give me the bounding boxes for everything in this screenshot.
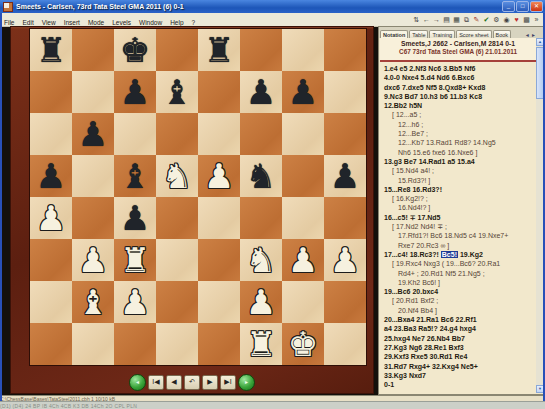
square-d1[interactable] xyxy=(156,323,198,365)
notation-line[interactable]: 12...h6 ; xyxy=(384,120,536,129)
notation-line[interactable]: 20...Bxa4 21.Ra1 Bc6 22.Rf1 xyxy=(384,315,536,324)
square-d5[interactable]: ♞ xyxy=(156,155,198,197)
square-f7[interactable]: ♟ xyxy=(240,71,282,113)
square-c4[interactable]: ♟ xyxy=(114,197,156,239)
square-b5[interactable] xyxy=(72,155,114,197)
black-pawn-c7[interactable]: ♟ xyxy=(114,71,156,113)
tab-training[interactable]: Training xyxy=(429,30,455,38)
square-b2[interactable]: ♝ xyxy=(72,281,114,323)
game-header: Smeets,J 2662 - Carlsen,M 2814 0-1 C67 7… xyxy=(380,38,536,62)
more-icon[interactable]: » xyxy=(532,15,541,24)
square-g3[interactable]: ♟ xyxy=(282,239,324,281)
notation-line[interactable]: Nh6 15.e6 fxe6 16.Nxe6 ] xyxy=(384,148,536,157)
square-h6[interactable] xyxy=(324,113,366,155)
square-c6[interactable] xyxy=(114,113,156,155)
square-b7[interactable] xyxy=(72,71,114,113)
square-d6[interactable] xyxy=(156,113,198,155)
black-knight-f5[interactable]: ♞ xyxy=(240,155,282,197)
menu-item-edit[interactable]: Edit xyxy=(18,19,37,26)
square-a3[interactable] xyxy=(30,239,72,281)
close-button[interactable]: ✕ xyxy=(530,1,543,12)
black-pawn-c4[interactable]: ♟ xyxy=(114,197,156,239)
notation-line[interactable]: 12.Bb2 h5N xyxy=(384,101,536,110)
notation-line[interactable]: 17.Rfd1?! Bc6 18.Nd5 c4 19.Nxe7+ xyxy=(384,231,536,240)
menu-item-levels[interactable]: Levels xyxy=(108,19,135,26)
square-h4[interactable] xyxy=(324,197,366,239)
square-f1[interactable]: ♜ xyxy=(240,323,282,365)
notation-line[interactable]: Rd4+ ; 20.Rd1 Nf5 21.Ng5 ; xyxy=(384,269,536,278)
white-rook-f1[interactable]: ♜ xyxy=(240,323,282,365)
square-f2[interactable]: ♟ xyxy=(240,281,282,323)
notation-line[interactable]: 25.hxg4 Ne7 26.Nb4 Bb7 xyxy=(384,334,536,343)
notation-line[interactable]: 9.Nc3 Bd7 10.h3 b6 11.b3 Kc8 xyxy=(384,92,536,101)
white-pawn-c2[interactable]: ♟ xyxy=(114,281,156,323)
square-g7[interactable]: ♟ xyxy=(282,71,324,113)
square-e6[interactable] xyxy=(198,113,240,155)
notation-line[interactable]: [ 15.Nd4 a4! ; xyxy=(384,166,536,175)
square-a4[interactable]: ♟ xyxy=(30,197,72,239)
menu-item-[interactable]: ? xyxy=(188,19,200,26)
notation-line[interactable]: Rxe7 20.Rc3 ∞ ] xyxy=(384,241,536,250)
notation-line[interactable]: 29.Kxf3 Rxe5 30.Rd1 Re4 xyxy=(384,352,536,361)
square-d2[interactable] xyxy=(156,281,198,323)
board-panel: ♜♚♜♟♝♟♟♟♟♝♞♟♞♟♟♟♟♜♞♟♟♝♟♟♜♚ ◂I◀◀↶▶▶I▸ xyxy=(10,26,374,394)
notation-line[interactable]: 1.e4 e5 2.Nf3 Nc6 3.Bb5 Nf6 xyxy=(384,64,536,73)
black-pawn-a5[interactable]: ♟ xyxy=(30,155,72,197)
window-border-left xyxy=(0,13,2,401)
notation-line[interactable]: dxc6 7.dxe5 Nf5 8.Qxd8+ Kxd8 xyxy=(384,83,536,92)
square-e1[interactable] xyxy=(198,323,240,365)
square-b4[interactable] xyxy=(72,197,114,239)
square-g8[interactable] xyxy=(282,29,324,71)
square-c8[interactable]: ♚ xyxy=(114,29,156,71)
menu-item-view[interactable]: View xyxy=(38,19,60,26)
square-c1[interactable] xyxy=(114,323,156,365)
square-a2[interactable] xyxy=(30,281,72,323)
black-pawn-f7[interactable]: ♟ xyxy=(240,71,282,113)
square-g2[interactable] xyxy=(282,281,324,323)
engine-icon[interactable]: ⚙ xyxy=(492,15,501,24)
bottom-info-bar: (D1) (D4) 24 BP IB 4Ch 4CB K3 DB 14Ch 2O… xyxy=(0,401,545,409)
white-pawn-g3[interactable]: ♟ xyxy=(282,239,324,281)
chessbase-window: Smeets - Carlsen, 73rd Tata Steel GMA 20… xyxy=(0,0,545,409)
notation-line[interactable]: 15.Rd3?! ] xyxy=(384,176,536,185)
menu-item-window[interactable]: Window xyxy=(135,19,166,26)
save-icon[interactable]: ▤ xyxy=(442,15,451,24)
nav-controls: ◂I◀◀↶▶▶I▸ xyxy=(10,374,374,391)
white-pawn-b3[interactable]: ♟ xyxy=(72,239,114,281)
black-bishop-c5[interactable]: ♝ xyxy=(114,155,156,197)
square-f4[interactable] xyxy=(240,197,282,239)
options-icon[interactable]: ◉ xyxy=(502,15,511,24)
board-icon[interactable]: ▩ xyxy=(522,15,531,24)
white-rook-c3[interactable]: ♜ xyxy=(114,239,156,281)
square-e4[interactable] xyxy=(198,197,240,239)
black-rook-e8[interactable]: ♜ xyxy=(198,29,240,71)
step-back-icon[interactable]: ← xyxy=(422,15,431,24)
notation-line[interactable]: [ 19.Rxc4 Nxg3 ( 19...Bc6? 20.Ra1 xyxy=(384,259,536,268)
toolbar: ⇅←→▤▦⧉✎✔⚙◉♥▩» xyxy=(412,13,541,26)
notation-line[interactable]: 33.Kg3 Nxd7 xyxy=(384,371,536,380)
tab-score-sheet[interactable]: Score sheet xyxy=(456,30,491,38)
black-rook-a8[interactable]: ♜ xyxy=(30,29,72,71)
square-g4[interactable] xyxy=(282,197,324,239)
square-b8[interactable] xyxy=(72,29,114,71)
takeback-button[interactable]: ↶ xyxy=(184,375,200,390)
annotate-icon[interactable]: ✎ xyxy=(472,15,481,24)
square-h5[interactable]: ♟ xyxy=(324,155,366,197)
engine-play-button[interactable]: ▸ xyxy=(238,374,255,391)
square-a6[interactable] xyxy=(30,113,72,155)
jump-end-button[interactable]: ▶I xyxy=(220,375,236,390)
square-e3[interactable] xyxy=(198,239,240,281)
current-move-highlight[interactable]: Bc5! xyxy=(441,251,458,258)
event-line: C67 73rd Tata Steel GMA (6) 21.01.2011 xyxy=(380,48,536,55)
square-e2[interactable] xyxy=(198,281,240,323)
square-c3[interactable]: ♜ xyxy=(114,239,156,281)
white-knight-d5[interactable]: ♞ xyxy=(156,155,198,197)
square-b6[interactable]: ♟ xyxy=(72,113,114,155)
panel-tabs: NotationTableTrainingScore sheetBook ◄ ► xyxy=(379,27,544,38)
notation-line[interactable]: 31.Rd7 Rxg4+ 32.Kxg4 Ne5+ xyxy=(384,362,536,371)
white-king-g1[interactable]: ♚ xyxy=(282,323,324,365)
notation-line[interactable]: 16...c5! ∓ 17.Nd5 xyxy=(384,213,536,222)
square-c7[interactable]: ♟ xyxy=(114,71,156,113)
jump-start-button[interactable]: I◀ xyxy=(148,375,164,390)
menu-item-file[interactable]: File xyxy=(0,19,18,26)
check-icon[interactable]: ✔ xyxy=(482,15,491,24)
tab-table[interactable]: Table xyxy=(409,30,428,38)
menu-item-help[interactable]: Help xyxy=(166,19,187,26)
white-pawn-a4[interactable]: ♟ xyxy=(30,197,72,239)
print-icon[interactable]: ▦ xyxy=(452,15,461,24)
notation-line[interactable]: 17...c4! 18.Rc3?! Bc5! 19.Kg2 xyxy=(384,250,536,259)
menu-item-insert[interactable]: Insert xyxy=(60,19,84,26)
black-pawn-g7[interactable]: ♟ xyxy=(282,71,324,113)
square-f6[interactable] xyxy=(240,113,282,155)
notation-line[interactable]: 19.Kh2 Bc6! ] xyxy=(384,278,536,287)
menu-item-mode[interactable]: Mode xyxy=(84,19,108,26)
notation-line[interactable]: 27.Kg3 Ng6 28.Re1 Bxf3 xyxy=(384,343,536,352)
notation-line[interactable]: 15...Re8 16.Rd3?! xyxy=(384,185,536,194)
notation-line[interactable]: [ 17.Nd2 Nd4! ∓ ; xyxy=(384,222,536,231)
square-e7[interactable] xyxy=(198,71,240,113)
square-a1[interactable] xyxy=(30,323,72,365)
black-pawn-b6[interactable]: ♟ xyxy=(72,113,114,155)
tab-book[interactable]: Book xyxy=(493,30,512,38)
copy-icon[interactable]: ⧉ xyxy=(462,15,471,24)
notation-line[interactable]: [ 16.Kg2!? ; xyxy=(384,194,536,203)
notation-line[interactable]: 4.0-0 Nxe4 5.d4 Nd6 6.Bxc6 xyxy=(384,73,536,82)
notation-line[interactable]: a4 23.Ba3 Ra5!? 24.g4 hxg4 xyxy=(384,324,536,333)
square-d7[interactable]: ♝ xyxy=(156,71,198,113)
white-bishop-b2[interactable]: ♝ xyxy=(72,281,114,323)
notation-line[interactable]: 12...Be7 ; xyxy=(384,129,536,138)
square-d8[interactable] xyxy=(156,29,198,71)
square-h1[interactable] xyxy=(324,323,366,365)
notation-text[interactable]: 1.e4 e5 2.Nf3 Nc6 3.Bb5 Nf64.0-0 Nxe4 5.… xyxy=(380,62,536,393)
square-h7[interactable] xyxy=(324,71,366,113)
square-e8[interactable]: ♜ xyxy=(198,29,240,71)
players-line: Smeets,J 2662 - Carlsen,M 2814 0-1 xyxy=(380,40,536,47)
square-d3[interactable] xyxy=(156,239,198,281)
notation-line[interactable]: 13.g3 Be7 14.Rad1 a5 15.a4 xyxy=(384,157,536,166)
maximize-button[interactable]: □ xyxy=(516,1,529,12)
notation-line[interactable]: 12...Kb7 13.Rad1 Rd8? 14.Ng5 xyxy=(384,138,536,147)
square-g1[interactable]: ♚ xyxy=(282,323,324,365)
notation-line[interactable]: 20.Nf4 Bb4 ] xyxy=(384,306,536,315)
white-pawn-f2[interactable]: ♟ xyxy=(240,281,282,323)
notation-line[interactable]: 16.Nd4!? ] xyxy=(384,203,536,212)
white-knight-f3[interactable]: ♞ xyxy=(240,239,282,281)
notation-line[interactable]: 19...Bc6 20.bxc4 xyxy=(384,287,536,296)
back-button[interactable]: ◀ xyxy=(166,375,182,390)
square-h3[interactable]: ♟ xyxy=(324,239,366,281)
chess-board[interactable]: ♜♚♜♟♝♟♟♟♟♝♞♟♞♟♟♟♟♜♞♟♟♝♟♟♜♚ xyxy=(30,29,366,365)
square-b3[interactable]: ♟ xyxy=(72,239,114,281)
square-f5[interactable]: ♞ xyxy=(240,155,282,197)
square-a7[interactable] xyxy=(30,71,72,113)
notation-panel: NotationTableTrainingScore sheetBook ◄ ►… xyxy=(378,26,545,395)
white-pawn-h3[interactable]: ♟ xyxy=(324,239,366,281)
square-b1[interactable] xyxy=(72,323,114,365)
flip-board-icon[interactable]: ⇅ xyxy=(412,15,421,24)
white-pawn-e5[interactable]: ♟ xyxy=(198,155,240,197)
notation-line[interactable]: [ 20.Rd1 Bxf2 ; xyxy=(384,296,536,305)
square-f8[interactable] xyxy=(240,29,282,71)
notation-line[interactable]: [ 12...a5 ; xyxy=(384,110,536,119)
square-a8[interactable]: ♜ xyxy=(30,29,72,71)
black-pawn-h5[interactable]: ♟ xyxy=(324,155,366,197)
square-a5[interactable]: ♟ xyxy=(30,155,72,197)
favorite-icon[interactable]: ♥ xyxy=(512,15,521,24)
square-g6[interactable] xyxy=(282,113,324,155)
square-d4[interactable] xyxy=(156,197,198,239)
square-c2[interactable]: ♟ xyxy=(114,281,156,323)
square-c5[interactable]: ♝ xyxy=(114,155,156,197)
menu-bar: FileEditViewInsertModeLevelsWindowHelp? … xyxy=(0,13,545,27)
black-bishop-d7[interactable]: ♝ xyxy=(156,71,198,113)
black-king-c8[interactable]: ♚ xyxy=(114,29,156,71)
square-g5[interactable] xyxy=(282,155,324,197)
square-f3[interactable]: ♞ xyxy=(240,239,282,281)
engine-go-button[interactable]: ◂ xyxy=(129,374,146,391)
square-e5[interactable]: ♟ xyxy=(198,155,240,197)
forward-button[interactable]: ▶ xyxy=(202,375,218,390)
square-h2[interactable] xyxy=(324,281,366,323)
minimize-button[interactable]: _ xyxy=(502,1,515,12)
notation-line[interactable]: 0-1 xyxy=(384,380,536,389)
window-title: Smeets - Carlsen, 73rd Tata Steel GMA 20… xyxy=(16,3,502,10)
tab-notation[interactable]: Notation xyxy=(380,30,408,38)
step-forward-icon[interactable]: → xyxy=(432,15,441,24)
square-h8[interactable] xyxy=(324,29,366,71)
